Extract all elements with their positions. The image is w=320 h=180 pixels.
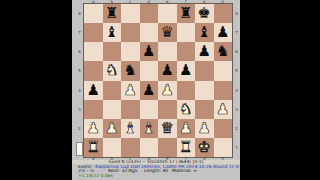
square-c3 <box>121 100 140 119</box>
square-h4 <box>214 81 233 100</box>
event-value: Kasparova Cup Daft Defense, Castle PH 20… <box>95 165 240 169</box>
square-d6: ♟ <box>140 42 159 61</box>
gui-frame: abcdefgh 87654321 87654321 ♜♜♚♝♛♝♟♟♟♞♞♞♟… <box>72 0 240 180</box>
square-h8 <box>214 4 233 23</box>
square-c8 <box>121 4 140 23</box>
square-h2 <box>214 119 233 138</box>
square-e4: ♟ <box>158 81 177 100</box>
square-b1 <box>103 138 122 157</box>
black-bishop-g7: ♝ <box>198 25 211 40</box>
black-bishop-b7: ♝ <box>105 25 118 40</box>
video-frame: abcdefgh 87654321 87654321 ♜♜♚♝♛♝♟♟♟♞♞♞♟… <box>0 0 320 180</box>
rank-label-7: 7 <box>233 23 240 42</box>
white-bishop-c2: ♝ <box>124 120 137 135</box>
square-f8: ♜ <box>177 4 196 23</box>
square-e5: ♟ <box>158 61 177 80</box>
square-b8: ♜ <box>103 4 122 23</box>
square-d4: ♟ <box>140 81 159 100</box>
rank-label-7: 7 <box>76 23 83 42</box>
side-marker <box>76 142 83 156</box>
square-e2: ♛ <box>158 119 177 138</box>
square-h7: ♟ <box>214 23 233 42</box>
chess-board: ♜♜♚♝♛♝♟♟♟♞♞♞♟♟♟♟♟♟♞♟♟♟♝♝♛♟♟♜♜♚ <box>84 4 232 157</box>
square-c5: ♞ <box>121 61 140 80</box>
black-knight-c5: ♞ <box>124 63 137 78</box>
square-f4 <box>177 81 196 100</box>
white-knight-b5: ♞ <box>105 63 118 78</box>
black-pawn-h7: ♟ <box>216 25 229 40</box>
black-queen-e7: ♛ <box>161 25 174 40</box>
square-f7 <box>177 23 196 42</box>
square-f1: ♜ <box>177 138 196 157</box>
square-g5 <box>195 61 214 80</box>
rank-label-4: 4 <box>233 81 240 100</box>
white-pawn-f2: ♟ <box>179 120 192 135</box>
rank-labels-left: 87654321 <box>76 4 83 157</box>
rank-label-6: 6 <box>76 42 83 61</box>
square-f6 <box>177 42 196 61</box>
white-knight-f3: ♞ <box>179 101 192 116</box>
square-b5: ♞ <box>103 61 122 80</box>
square-h6: ♞ <box>214 42 233 61</box>
black-rook-b8: ♜ <box>105 6 118 21</box>
square-a6 <box>84 42 103 61</box>
square-h1 <box>214 138 233 157</box>
square-d2: ♝ <box>140 119 159 138</box>
square-c2: ♝ <box>121 119 140 138</box>
square-a8 <box>84 4 103 23</box>
square-a1: ♜ <box>84 138 103 157</box>
square-f2: ♟ <box>177 119 196 138</box>
rank-label-8: 8 <box>76 4 83 23</box>
square-f5: ♟ <box>177 61 196 80</box>
square-c6 <box>121 42 140 61</box>
players-header: Sved N (2325) -- Stockfish 17 (3644) [0-… <box>72 160 240 165</box>
white-pawn-a2: ♟ <box>87 120 100 135</box>
square-b4 <box>103 81 122 100</box>
white-pawn-e4: ♟ <box>161 82 174 97</box>
square-g2: ♟ <box>195 119 214 138</box>
square-c1 <box>121 138 140 157</box>
rank-label-5: 5 <box>233 61 240 80</box>
square-b3 <box>103 100 122 119</box>
rank-label-5: 5 <box>76 61 83 80</box>
black-king-g8: ♚ <box>198 6 211 21</box>
square-e6 <box>158 42 177 61</box>
square-h5 <box>214 61 233 80</box>
white-pawn-g2: ♟ <box>198 120 211 135</box>
black-pawn-d6: ♟ <box>142 44 155 59</box>
square-a3 <box>84 100 103 119</box>
square-f3: ♞ <box>177 100 196 119</box>
square-c7 <box>121 23 140 42</box>
square-e7: ♛ <box>158 23 177 42</box>
square-b2: ♟ <box>103 119 122 138</box>
white-queen-e2: ♛ <box>161 120 174 135</box>
square-g8: ♚ <box>195 4 214 23</box>
black-pawn-g6: ♟ <box>198 44 211 59</box>
black-pawn-e5: ♟ <box>161 63 174 78</box>
square-h3: ♟ <box>214 100 233 119</box>
white-rook-f1: ♜ <box>179 139 192 154</box>
square-g7: ♝ <box>195 23 214 42</box>
square-d7 <box>140 23 159 42</box>
square-a5 <box>84 61 103 80</box>
white-pawn-h3: ♟ <box>216 101 229 116</box>
square-g3 <box>195 100 214 119</box>
white-bishop-d2: ♝ <box>142 120 155 135</box>
black-rook-f8: ♜ <box>179 6 192 21</box>
black-pawn-a4: ♟ <box>87 82 100 97</box>
white-king-g1: ♚ <box>198 139 211 154</box>
square-b7: ♝ <box>103 23 122 42</box>
square-g4 <box>195 81 214 100</box>
white-pawn-b2: ♟ <box>105 120 118 135</box>
square-d3 <box>140 100 159 119</box>
white-pawn-c4: ♟ <box>124 82 137 97</box>
engine-eval: +1.14/22 0.06s <box>72 174 240 179</box>
rank-label-3: 3 <box>76 100 83 119</box>
square-a7 <box>84 23 103 42</box>
square-a4: ♟ <box>84 81 103 100</box>
rank-label-6: 6 <box>233 42 240 61</box>
black-knight-h6: ♞ <box>216 44 229 59</box>
square-b6 <box>103 42 122 61</box>
rank-labels-right: 87654321 <box>233 4 240 157</box>
white-rook-a1: ♜ <box>87 139 100 154</box>
square-d5 <box>140 61 159 80</box>
black-pawn-f5: ♟ <box>179 63 192 78</box>
black-pawn-d4: ♟ <box>142 82 155 97</box>
square-c4: ♟ <box>121 81 140 100</box>
square-d8 <box>140 4 159 23</box>
square-g6: ♟ <box>195 42 214 61</box>
rank-label-1: 1 <box>233 138 240 157</box>
square-a2: ♟ <box>84 119 103 138</box>
square-e8 <box>158 4 177 23</box>
square-g1: ♚ <box>195 138 214 157</box>
square-d1 <box>140 138 159 157</box>
rank-label-4: 4 <box>76 81 83 100</box>
rank-label-2: 2 <box>76 119 83 138</box>
rank-label-3: 3 <box>233 100 240 119</box>
square-e3 <box>158 100 177 119</box>
event-label: Event : <box>78 165 94 169</box>
rank-label-2: 2 <box>233 119 240 138</box>
square-e1 <box>158 138 177 157</box>
rank-label-8: 8 <box>233 4 240 23</box>
